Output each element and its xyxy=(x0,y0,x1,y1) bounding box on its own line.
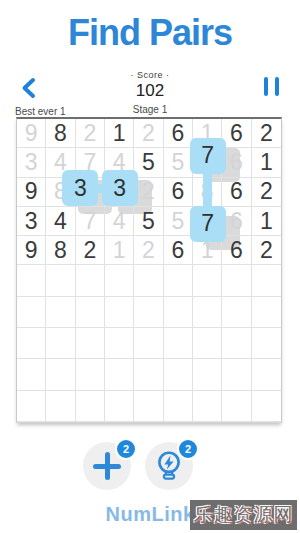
grid-cell[interactable] xyxy=(252,391,281,422)
grid-cell[interactable] xyxy=(222,391,251,422)
grid-cell[interactable]: 6 xyxy=(222,148,251,177)
cell-number: 8 xyxy=(54,122,67,145)
game-board[interactable]: 9821261623474556198268623474556198212616… xyxy=(16,117,282,423)
grid-cell[interactable]: 3 xyxy=(17,207,46,236)
grid-cell[interactable] xyxy=(17,391,46,422)
grid-cell[interactable]: 6 xyxy=(164,236,193,265)
app-screen: Find Pairs · Score · 102 Best ever 1 Sta… xyxy=(0,0,300,533)
grid-cell[interactable] xyxy=(193,265,222,296)
cell-number: 2 xyxy=(142,122,155,145)
grid-cell[interactable] xyxy=(252,265,281,296)
cell-number: 2 xyxy=(142,239,155,262)
grid-cell[interactable]: 2 xyxy=(134,236,163,265)
grid-cell[interactable] xyxy=(76,328,105,359)
pause-icon xyxy=(275,77,279,96)
grid-cell[interactable]: 6 xyxy=(164,178,193,207)
grid-cell[interactable] xyxy=(46,391,75,422)
cell-number: 6 xyxy=(171,122,184,145)
grid-cell[interactable] xyxy=(222,297,251,328)
grid-cell[interactable]: 1 xyxy=(105,236,134,265)
grid-cell[interactable] xyxy=(252,328,281,359)
grid-cell[interactable] xyxy=(164,359,193,390)
cell-number: 2 xyxy=(260,122,273,145)
grid-cell[interactable] xyxy=(222,359,251,390)
grid-cell[interactable] xyxy=(222,328,251,359)
grid-cell[interactable]: 9 xyxy=(17,236,46,265)
cell-number: 1 xyxy=(260,210,273,233)
grid-cell[interactable] xyxy=(17,265,46,296)
cell-number: 6 xyxy=(230,210,243,233)
grid-cell[interactable]: 2 xyxy=(76,236,105,265)
grid-cell[interactable]: 2 xyxy=(134,178,163,207)
grid-cell[interactable] xyxy=(105,391,134,422)
watermark: 乐趣资源网 xyxy=(190,500,297,530)
grid-cell[interactable] xyxy=(76,391,105,422)
cell-number: 1 xyxy=(113,122,126,145)
grid-cell[interactable] xyxy=(193,391,222,422)
grid-cell[interactable]: 1 xyxy=(105,119,134,148)
cell-number: 4 xyxy=(54,210,67,233)
grid-cell[interactable] xyxy=(164,391,193,422)
grid-cell[interactable]: 6 xyxy=(164,119,193,148)
cell-number: 4 xyxy=(113,210,126,233)
cell-number: 2 xyxy=(260,180,273,203)
grid-cell[interactable] xyxy=(193,328,222,359)
cell-number: 3 xyxy=(25,210,38,233)
grid-cell[interactable]: 5 xyxy=(134,207,163,236)
grid-cell[interactable] xyxy=(46,359,75,390)
cell-number: 5 xyxy=(142,151,155,174)
hint-badge: 2 xyxy=(177,438,199,460)
cell-number: 6 xyxy=(230,151,243,174)
score-display: · Score · 102 xyxy=(0,70,300,101)
grid-cell[interactable]: 2 xyxy=(252,236,281,265)
selected-tile[interactable]: 7 xyxy=(190,138,226,174)
grid-cell[interactable] xyxy=(164,265,193,296)
grid-cell[interactable] xyxy=(252,297,281,328)
cell-number: 5 xyxy=(171,210,184,233)
grid-cell[interactable] xyxy=(17,359,46,390)
grid-cell[interactable] xyxy=(105,359,134,390)
grid-cell[interactable]: 8 xyxy=(46,119,75,148)
stage-label: Stage 1 xyxy=(0,104,300,115)
grid-cell[interactable]: 5 xyxy=(134,148,163,177)
pause-button[interactable] xyxy=(264,77,279,96)
grid-cell[interactable] xyxy=(46,297,75,328)
score-label: · Score · xyxy=(0,70,300,80)
grid-cell[interactable] xyxy=(134,265,163,296)
grid-cell[interactable]: 4 xyxy=(46,207,75,236)
cell-number: 6 xyxy=(230,239,243,262)
grid-cell[interactable] xyxy=(105,297,134,328)
cell-number: 9 xyxy=(25,122,38,145)
grid-cell[interactable] xyxy=(164,297,193,328)
cell-number: 1 xyxy=(201,239,214,262)
grid-cell[interactable]: 6 xyxy=(222,236,251,265)
grid-cell[interactable]: 1 xyxy=(252,207,281,236)
selected-tile[interactable]: 3 xyxy=(102,170,138,206)
grid-cell[interactable] xyxy=(134,359,163,390)
cell-number: 3 xyxy=(25,151,38,174)
grid-cell[interactable]: 7 xyxy=(76,207,105,236)
grid-cell[interactable]: 2 xyxy=(252,178,281,207)
grid-cell[interactable]: 6 xyxy=(222,119,251,148)
grid-cell[interactable]: 4 xyxy=(105,207,134,236)
cell-number: 6 xyxy=(171,239,184,262)
score-value: 102 xyxy=(0,81,300,101)
grid-cell[interactable] xyxy=(193,359,222,390)
grid-cell[interactable] xyxy=(193,297,222,328)
grid-cell[interactable] xyxy=(105,265,134,296)
grid-cell[interactable] xyxy=(134,391,163,422)
grid-cell[interactable]: 9 xyxy=(17,119,46,148)
hint-button[interactable]: 2 xyxy=(145,442,193,490)
add-tiles-badge: 2 xyxy=(115,438,137,460)
grid-cell[interactable]: 3 xyxy=(17,148,46,177)
grid-cell[interactable] xyxy=(134,328,163,359)
grid-cell[interactable] xyxy=(252,359,281,390)
cell-number: 8 xyxy=(54,239,67,262)
cell-number: 2 xyxy=(83,122,96,145)
cell-number: 2 xyxy=(83,239,96,262)
grid-cell[interactable] xyxy=(164,328,193,359)
grid-cell[interactable] xyxy=(46,265,75,296)
grid-cell[interactable] xyxy=(76,359,105,390)
selected-tile[interactable]: 7 xyxy=(190,206,226,242)
cell-number: 7 xyxy=(83,210,96,233)
cell-number: 9 xyxy=(25,180,38,203)
cell-number: 1 xyxy=(113,239,126,262)
grid-cell[interactable] xyxy=(105,328,134,359)
grid-cell[interactable]: 6 xyxy=(222,178,251,207)
grid-cell[interactable] xyxy=(134,297,163,328)
cell-number: 2 xyxy=(260,239,273,262)
grid-cell[interactable]: 8 xyxy=(46,236,75,265)
selected-tile[interactable]: 3 xyxy=(62,170,98,206)
cell-number: 6 xyxy=(230,122,243,145)
grid-cell[interactable]: 2 xyxy=(252,119,281,148)
page-title: Find Pairs xyxy=(0,12,300,54)
grid-cell[interactable] xyxy=(17,297,46,328)
grid-cell[interactable]: 5 xyxy=(164,207,193,236)
cell-number: 5 xyxy=(171,151,184,174)
grid-cell[interactable] xyxy=(76,297,105,328)
cell-number: 1 xyxy=(260,151,273,174)
grid-cell[interactable] xyxy=(76,265,105,296)
cell-number: 2 xyxy=(142,180,155,203)
grid-cell[interactable] xyxy=(17,328,46,359)
add-tiles-button[interactable]: 2 xyxy=(83,442,131,490)
cell-number: 6 xyxy=(230,180,243,203)
number-grid: 9821261623474556198268623474556198212616… xyxy=(17,119,281,422)
grid-cell[interactable]: 6 xyxy=(222,207,251,236)
cell-number: 5 xyxy=(142,210,155,233)
grid-cell[interactable] xyxy=(222,265,251,296)
grid-cell[interactable]: 9 xyxy=(17,178,46,207)
grid-cell[interactable]: 1 xyxy=(252,148,281,177)
grid-cell[interactable]: 2 xyxy=(76,119,105,148)
pause-icon xyxy=(264,77,268,96)
grid-cell[interactable] xyxy=(46,328,75,359)
grid-cell[interactable]: 5 xyxy=(164,148,193,177)
grid-cell[interactable]: 2 xyxy=(134,119,163,148)
cell-number: 6 xyxy=(171,180,184,203)
cell-number: 9 xyxy=(25,239,38,262)
